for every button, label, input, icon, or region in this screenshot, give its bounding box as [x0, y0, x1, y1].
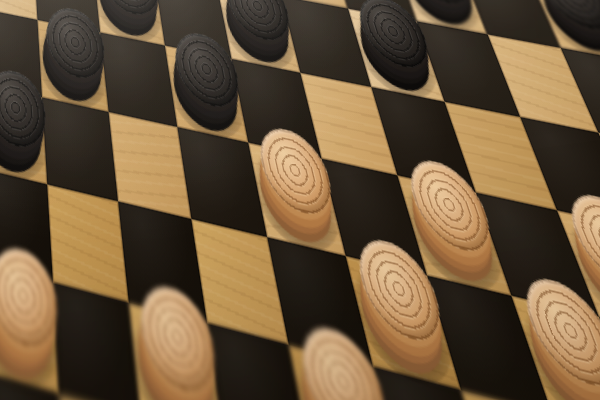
- checker-piece-black[interactable]: ⛂: [0, 88, 43, 179]
- checkers-board: ⛂⛂⛂⛂⛂⛂⛂⛂⛀⛀⛀⛀⛀⛀⛀⛀: [0, 0, 600, 400]
- checker-piece-black[interactable]: ⛂: [41, 24, 105, 107]
- checker-piece-light[interactable]: ⛀: [0, 270, 55, 388]
- board-photo: ⛂⛂⛂⛂⛂⛂⛂⛂⛀⛀⛀⛀⛀⛀⛀⛀: [0, 0, 600, 400]
